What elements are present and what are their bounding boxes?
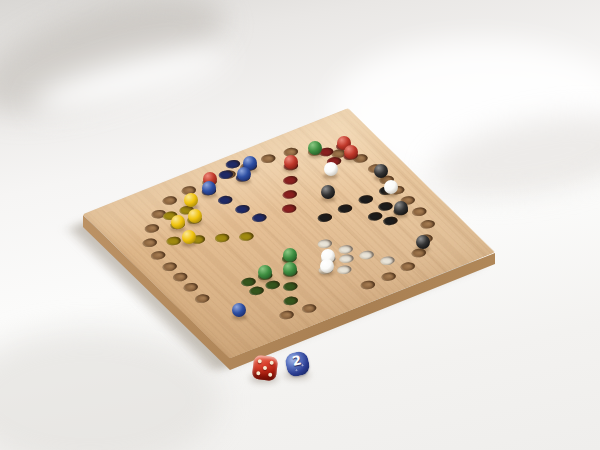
fabric-shadow-bottom-left <box>0 330 220 450</box>
hole-track <box>148 250 168 262</box>
hole-finish-blue <box>249 212 269 224</box>
hole-track <box>170 271 190 283</box>
blue-die-numeral: 2 <box>284 351 310 370</box>
die-pip <box>256 371 260 375</box>
marble-black[interactable] <box>394 201 408 215</box>
hole-home-green <box>247 285 267 297</box>
hole-track <box>358 279 378 291</box>
die-pip <box>269 361 273 365</box>
hole-track <box>379 271 399 283</box>
hole-track <box>258 153 278 165</box>
hole-finish-black <box>356 194 376 206</box>
hole-track <box>181 282 201 294</box>
hole-finish-red <box>280 174 300 186</box>
marble-blue[interactable] <box>202 181 216 195</box>
hole-finish-red <box>280 189 300 201</box>
hole-finish-white <box>315 238 335 250</box>
hole-home-black <box>381 215 401 227</box>
hole-finish-white <box>378 255 398 267</box>
hole-finish-black <box>315 212 335 224</box>
hole-finish-red <box>280 203 300 215</box>
hole-track <box>300 302 320 314</box>
hole-track <box>418 219 438 231</box>
hole-finish-green <box>281 295 301 307</box>
hole-finish-white <box>336 243 356 255</box>
hole-track <box>192 293 212 305</box>
hole-finish-yellow <box>236 230 256 242</box>
marble-white[interactable] <box>324 162 338 176</box>
marble-white[interactable] <box>384 180 398 194</box>
die-pip <box>268 372 272 376</box>
hole-track <box>160 195 180 207</box>
marble-green[interactable] <box>283 248 297 262</box>
hole-home-white <box>335 264 355 276</box>
marble-yellow[interactable] <box>188 209 202 223</box>
hole-home-green <box>263 279 283 291</box>
hole-home-white <box>337 253 357 265</box>
marble-blue[interactable] <box>232 303 246 317</box>
hole-track <box>409 206 429 218</box>
hole-track <box>277 309 297 321</box>
hole-finish-yellow <box>164 235 184 247</box>
die-pip <box>263 366 267 370</box>
red-die[interactable] <box>252 355 279 382</box>
marble-white[interactable] <box>320 259 334 273</box>
hole-track <box>398 261 418 273</box>
hole-finish-blue <box>233 203 253 215</box>
marble-yellow[interactable] <box>171 215 185 229</box>
marble-green[interactable] <box>283 262 297 276</box>
marble-blue[interactable] <box>237 167 251 181</box>
hole-finish-green <box>281 281 301 293</box>
hole-track <box>142 222 162 234</box>
hole-finish-yellow <box>212 232 232 244</box>
hole-finish-white <box>357 249 377 261</box>
hole-finish-blue <box>216 194 236 206</box>
hole-track <box>140 237 160 249</box>
marble-yellow[interactable] <box>182 230 196 244</box>
hole-finish-black <box>335 203 355 215</box>
blue-die[interactable]: 2 <box>284 350 311 378</box>
hole-track <box>409 247 429 259</box>
hole-track <box>160 261 180 273</box>
die-pip <box>258 359 262 363</box>
